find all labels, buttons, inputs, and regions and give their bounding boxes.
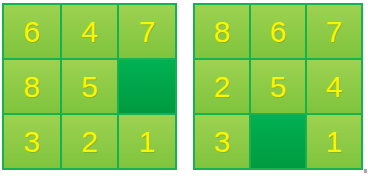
tile-3[interactable]: 3 [4,115,60,168]
puzzle-board-left: 64785321 [2,3,177,170]
tile-3[interactable]: 3 [195,115,249,168]
tile-4[interactable]: 4 [62,5,118,58]
tile-6[interactable]: 6 [4,5,60,58]
blank-cell [251,115,305,168]
tile-8[interactable]: 8 [195,5,249,58]
tile-1[interactable]: 1 [119,115,175,168]
stray-mark [364,169,367,173]
blank-cell [119,60,175,113]
slide-canvas: 64785321 86725431 [0,0,368,176]
tile-2[interactable]: 2 [62,115,118,168]
tile-7[interactable]: 7 [307,5,361,58]
tile-7[interactable]: 7 [119,5,175,58]
tile-8[interactable]: 8 [4,60,60,113]
tile-2[interactable]: 2 [195,60,249,113]
tile-6[interactable]: 6 [251,5,305,58]
puzzle-board-right: 86725431 [193,3,363,170]
tile-5[interactable]: 5 [62,60,118,113]
tile-5[interactable]: 5 [251,60,305,113]
tile-4[interactable]: 4 [307,60,361,113]
tile-1[interactable]: 1 [307,115,361,168]
